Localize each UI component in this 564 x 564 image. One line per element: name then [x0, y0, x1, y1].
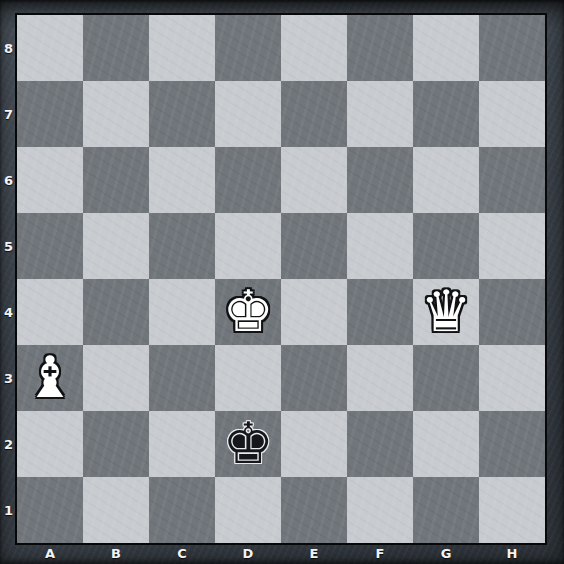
- square-d3[interactable]: [215, 345, 281, 411]
- file-label-d: D: [215, 543, 281, 564]
- piece-black-king[interactable]: ♚: [215, 411, 281, 477]
- square-a6[interactable]: [17, 147, 83, 213]
- square-b5[interactable]: [83, 213, 149, 279]
- square-e3[interactable]: [281, 345, 347, 411]
- rank-label-4: 4: [0, 279, 17, 345]
- square-h7[interactable]: [479, 81, 545, 147]
- square-c3[interactable]: [149, 345, 215, 411]
- square-g7[interactable]: [413, 81, 479, 147]
- square-e5[interactable]: [281, 213, 347, 279]
- file-label-c: C: [149, 543, 215, 564]
- square-a5[interactable]: [17, 213, 83, 279]
- file-label-h: H: [479, 543, 545, 564]
- square-h5[interactable]: [479, 213, 545, 279]
- square-c1[interactable]: [149, 477, 215, 543]
- file-label-e: E: [281, 543, 347, 564]
- piece-white-king[interactable]: ♚: [215, 279, 281, 345]
- square-h3[interactable]: [479, 345, 545, 411]
- square-e1[interactable]: [281, 477, 347, 543]
- rank-label-6: 6: [0, 147, 17, 213]
- square-b1[interactable]: [83, 477, 149, 543]
- square-c6[interactable]: [149, 147, 215, 213]
- square-f6[interactable]: [347, 147, 413, 213]
- square-a1[interactable]: [17, 477, 83, 543]
- square-d6[interactable]: [215, 147, 281, 213]
- square-f2[interactable]: [347, 411, 413, 477]
- square-b2[interactable]: [83, 411, 149, 477]
- square-b3[interactable]: [83, 345, 149, 411]
- square-d8[interactable]: [215, 15, 281, 81]
- square-f1[interactable]: [347, 477, 413, 543]
- square-f8[interactable]: [347, 15, 413, 81]
- file-label-f: F: [347, 543, 413, 564]
- square-b8[interactable]: [83, 15, 149, 81]
- rank-label-7: 7: [0, 81, 17, 147]
- square-a2[interactable]: [17, 411, 83, 477]
- square-g8[interactable]: [413, 15, 479, 81]
- piece-white-queen[interactable]: ♛: [413, 279, 479, 345]
- board-frame: ♚♛♝♚ 87654321ABCDEFGH: [0, 0, 564, 564]
- square-h8[interactable]: [479, 15, 545, 81]
- square-a3[interactable]: ♝: [17, 345, 83, 411]
- square-c5[interactable]: [149, 213, 215, 279]
- square-g5[interactable]: [413, 213, 479, 279]
- square-e8[interactable]: [281, 15, 347, 81]
- square-d1[interactable]: [215, 477, 281, 543]
- square-d4[interactable]: ♚: [215, 279, 281, 345]
- rank-label-2: 2: [0, 411, 17, 477]
- square-a7[interactable]: [17, 81, 83, 147]
- square-h6[interactable]: [479, 147, 545, 213]
- file-label-g: G: [413, 543, 479, 564]
- square-b4[interactable]: [83, 279, 149, 345]
- square-g2[interactable]: [413, 411, 479, 477]
- square-g4[interactable]: ♛: [413, 279, 479, 345]
- square-e6[interactable]: [281, 147, 347, 213]
- square-g3[interactable]: [413, 345, 479, 411]
- square-g6[interactable]: [413, 147, 479, 213]
- square-c8[interactable]: [149, 15, 215, 81]
- square-h1[interactable]: [479, 477, 545, 543]
- square-c7[interactable]: [149, 81, 215, 147]
- square-f4[interactable]: [347, 279, 413, 345]
- file-label-a: A: [17, 543, 83, 564]
- rank-label-3: 3: [0, 345, 17, 411]
- square-f5[interactable]: [347, 213, 413, 279]
- square-f3[interactable]: [347, 345, 413, 411]
- square-e2[interactable]: [281, 411, 347, 477]
- square-d5[interactable]: [215, 213, 281, 279]
- piece-white-bishop[interactable]: ♝: [17, 345, 83, 411]
- square-a8[interactable]: [17, 15, 83, 81]
- square-c2[interactable]: [149, 411, 215, 477]
- chess-board: ♚♛♝♚: [17, 15, 545, 543]
- square-d7[interactable]: [215, 81, 281, 147]
- rank-label-1: 1: [0, 477, 17, 543]
- file-label-b: B: [83, 543, 149, 564]
- square-f7[interactable]: [347, 81, 413, 147]
- square-b6[interactable]: [83, 147, 149, 213]
- square-h4[interactable]: [479, 279, 545, 345]
- square-a4[interactable]: [17, 279, 83, 345]
- square-e7[interactable]: [281, 81, 347, 147]
- square-c4[interactable]: [149, 279, 215, 345]
- square-g1[interactable]: [413, 477, 479, 543]
- rank-label-5: 5: [0, 213, 17, 279]
- square-b7[interactable]: [83, 81, 149, 147]
- square-d2[interactable]: ♚: [215, 411, 281, 477]
- square-e4[interactable]: [281, 279, 347, 345]
- rank-label-8: 8: [0, 15, 17, 81]
- square-h2[interactable]: [479, 411, 545, 477]
